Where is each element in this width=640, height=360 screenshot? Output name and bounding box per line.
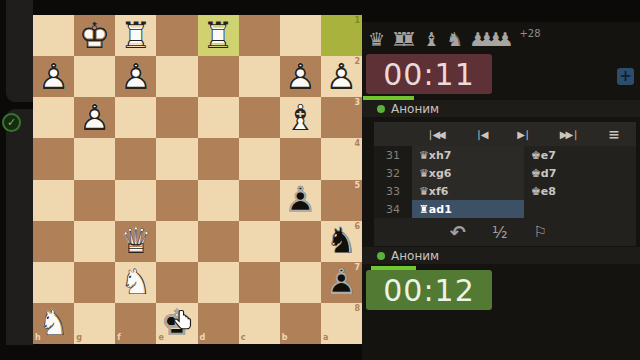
white-move[interactable]: ♛xf6: [412, 182, 524, 200]
square-h2[interactable]: ♟♙: [33, 56, 74, 97]
sidebar-panel-bottom: [6, 109, 33, 345]
square-b1[interactable]: [280, 15, 321, 56]
square-g1[interactable]: ♚♔: [74, 15, 115, 56]
piece-white-rook[interactable]: ♜♖: [198, 15, 239, 56]
white-move[interactable]: ♜ad1: [412, 200, 524, 218]
piece-white-bishop[interactable]: ♝♗: [280, 97, 321, 138]
square-g7[interactable]: [74, 262, 115, 303]
captured-q-icon: ♛: [368, 29, 385, 50]
black-move[interactable]: ♚e7: [524, 146, 636, 164]
board: ♚♔♜♖♜♖1♟♙♟♙♟♙2♟♙♟♙♝♗34♟♙5♛♕6♞♘♞♘7♟♙h♞♘gf…: [33, 15, 362, 344]
move-number: 34: [374, 200, 412, 218]
move-row-33: 33♛xf6♚e8: [374, 182, 636, 200]
square-f6[interactable]: ♛♕: [115, 221, 156, 262]
square-a7[interactable]: 7♟♙: [321, 262, 362, 303]
square-e2[interactable]: [156, 56, 197, 97]
captured-r-icon: ♜: [400, 29, 417, 50]
square-g3[interactable]: ♟♙: [74, 97, 115, 138]
file-label-a: a: [323, 334, 328, 342]
square-e4[interactable]: [156, 138, 197, 179]
file-label-f: f: [117, 334, 120, 342]
square-b5[interactable]: ♟♙: [280, 180, 321, 221]
black-move[interactable]: ♚d7: [524, 164, 636, 182]
square-d6[interactable]: [198, 221, 239, 262]
square-b3[interactable]: ♝♗: [280, 97, 321, 138]
hand-cursor-icon: [172, 309, 195, 335]
online-dot-icon: [377, 252, 385, 260]
square-f3[interactable]: [115, 97, 156, 138]
piece-white-pawn[interactable]: ♟♙: [74, 97, 115, 138]
online-dot-icon: [377, 105, 385, 113]
captured-b-icon: ♝: [423, 29, 440, 50]
square-f1[interactable]: ♜♖: [115, 15, 156, 56]
square-d1[interactable]: ♜♖: [198, 15, 239, 56]
square-d3[interactable]: [198, 97, 239, 138]
white-move[interactable]: ♛xh7: [412, 146, 524, 164]
square-f4[interactable]: [115, 138, 156, 179]
square-c5[interactable]: [239, 180, 280, 221]
move-row-34: 34♜ad1: [374, 200, 636, 218]
square-g8[interactable]: g: [74, 303, 115, 344]
piece-white-rook[interactable]: ♜♖: [115, 15, 156, 56]
black-move[interactable]: [524, 200, 636, 218]
square-c3[interactable]: [239, 97, 280, 138]
square-c2[interactable]: [239, 56, 280, 97]
square-h1[interactable]: [33, 15, 74, 56]
square-h8[interactable]: h♞♘: [33, 303, 74, 344]
piece-white-queen[interactable]: ♛♕: [115, 221, 156, 262]
rank-label-3: 3: [354, 99, 360, 107]
move-number: 33: [374, 182, 412, 200]
square-g5[interactable]: [74, 180, 115, 221]
draw-offer-icon[interactable]: ½: [492, 223, 508, 242]
square-c4[interactable]: [239, 138, 280, 179]
move-number: 31: [374, 146, 412, 164]
rank-label-5: 5: [354, 182, 360, 190]
move-row-31: 31♛xh7♚e7: [374, 146, 636, 164]
piece-black-knight[interactable]: ♞♘: [321, 221, 362, 262]
square-b7[interactable]: [280, 262, 321, 303]
square-a8[interactable]: a8: [321, 303, 362, 344]
piece-white-knight[interactable]: ♞♘: [33, 303, 74, 344]
piece-white-king[interactable]: ♚♔: [74, 15, 115, 56]
square-d2[interactable]: [198, 56, 239, 97]
square-h6[interactable]: [33, 221, 74, 262]
square-g4[interactable]: [74, 138, 115, 179]
piece-white-pawn[interactable]: ♟♙: [115, 56, 156, 97]
top-player-name: Аноним: [391, 102, 439, 116]
rank-label-8: 8: [354, 305, 360, 313]
square-c1[interactable]: [239, 15, 280, 56]
square-d4[interactable]: [198, 138, 239, 179]
square-b4[interactable]: [280, 138, 321, 179]
square-f7[interactable]: ♞♘: [115, 262, 156, 303]
check-badge-icon[interactable]: ✓: [2, 113, 21, 132]
add-time-button[interactable]: +: [617, 68, 634, 85]
resign-flag-icon[interactable]: ⚐: [533, 223, 546, 241]
next-move-button[interactable]: ▶❘: [517, 129, 529, 140]
square-g2[interactable]: [74, 56, 115, 97]
material-advantage-badge: +28: [519, 28, 540, 39]
move-number: 32: [374, 164, 412, 182]
game-action-bar: ↶ ½ ⚐: [374, 218, 636, 246]
square-h4[interactable]: [33, 138, 74, 179]
app-window: ✓ ♚♔♜♖♜♖1♟♙♟♙♟♙2♟♙♟♙♝♗34♟♙5♛♕6♞♘♞♘7♟♙h♞♘…: [0, 0, 640, 360]
black-move[interactable]: ♚e8: [524, 182, 636, 200]
bottom-player-name: Аноним: [391, 249, 439, 263]
square-e6[interactable]: [156, 221, 197, 262]
white-move[interactable]: ♛xg6: [412, 164, 524, 182]
captured-n-icon: ♞: [446, 29, 463, 50]
square-d5[interactable]: [198, 180, 239, 221]
first-move-button[interactable]: ❘◀◀: [426, 129, 444, 140]
square-e5[interactable]: [156, 180, 197, 221]
move-row-32: 32♛xg6♚d7: [374, 164, 636, 182]
captured-pieces-row: ♛♜♜♝♞♟♟♟♟+28: [368, 27, 541, 50]
square-h5[interactable]: [33, 180, 74, 221]
square-e3[interactable]: [156, 97, 197, 138]
bottom-player-row: Аноним: [362, 247, 640, 264]
move-nav-bar: ❘◀◀ ❘◀ ▶❘ ▶▶❘ ≡: [374, 122, 636, 146]
square-c6[interactable]: [239, 221, 280, 262]
piece-white-knight[interactable]: ♞♘: [115, 262, 156, 303]
last-move-button[interactable]: ▶▶❘: [560, 129, 578, 140]
square-c7[interactable]: [239, 262, 280, 303]
file-label-c: c: [241, 334, 246, 342]
square-a2[interactable]: 2♟♙: [321, 56, 362, 97]
square-g6[interactable]: [74, 221, 115, 262]
piece-black-pawn[interactable]: ♟♙: [280, 180, 321, 221]
piece-white-pawn[interactable]: ♟♙: [33, 56, 74, 97]
square-f2[interactable]: ♟♙: [115, 56, 156, 97]
file-label-b: b: [282, 334, 288, 342]
square-d7[interactable]: [198, 262, 239, 303]
square-e1[interactable]: [156, 15, 197, 56]
file-label-d: d: [200, 334, 206, 342]
square-a4[interactable]: 4: [321, 138, 362, 179]
square-b8[interactable]: b: [280, 303, 321, 344]
square-e7[interactable]: [156, 262, 197, 303]
move-list: 31♛xh7♚e732♛xg6♚d733♛xf6♚e834♜ad1: [374, 146, 636, 218]
top-player-row: Аноним: [362, 100, 640, 117]
captured-p-icon: ♟: [496, 29, 513, 50]
menu-button[interactable]: ≡: [608, 126, 620, 142]
square-a5[interactable]: 5: [321, 180, 362, 221]
takeback-icon[interactable]: ↶: [450, 221, 466, 243]
rank-label-1: 1: [354, 17, 360, 25]
prev-move-button[interactable]: ❘◀: [474, 129, 486, 140]
square-d8[interactable]: d: [198, 303, 239, 344]
sidebar-panel-top: [6, 0, 33, 102]
square-b2[interactable]: ♟♙: [280, 56, 321, 97]
square-a1[interactable]: 1: [321, 15, 362, 56]
square-b6[interactable]: [280, 221, 321, 262]
square-f5[interactable]: [115, 180, 156, 221]
square-f8[interactable]: f: [115, 303, 156, 344]
piece-white-pawn[interactable]: ♟♙: [321, 56, 362, 97]
square-c8[interactable]: c: [239, 303, 280, 344]
square-h3[interactable]: [33, 97, 74, 138]
piece-white-pawn[interactable]: ♟♙: [280, 56, 321, 97]
square-h7[interactable]: [33, 262, 74, 303]
square-a6[interactable]: 6♞♘: [321, 221, 362, 262]
top-player-clock: 00:11: [366, 54, 492, 94]
file-label-g: g: [76, 334, 82, 342]
square-a3[interactable]: 3: [321, 97, 362, 138]
piece-black-pawn[interactable]: ♟♙: [321, 262, 362, 303]
move-list-panel: ❘◀◀ ❘◀ ▶❘ ▶▶❘ ≡ 31♛xh7♚e732♛xg6♚d733♛xf6…: [374, 122, 636, 246]
bottom-player-clock: 00:12: [366, 270, 492, 310]
rank-label-4: 4: [354, 140, 360, 148]
